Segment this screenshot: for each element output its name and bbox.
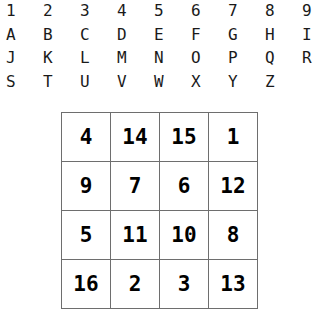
magic-square-cell: 7: [111, 162, 159, 210]
cipher-key-char: H: [265, 23, 302, 47]
cipher-key-char: 7: [228, 0, 265, 23]
cipher-key-char: S: [6, 70, 43, 94]
magic-square-cell: 14: [111, 113, 159, 161]
magic-square-cell: 4: [62, 113, 110, 161]
magic-square-cell: 1: [209, 113, 257, 161]
cipher-key-char: R: [302, 46, 323, 70]
magic-square-cell: 10: [160, 211, 208, 259]
cipher-key-char: [302, 70, 323, 94]
cipher-key-char: E: [154, 23, 191, 47]
cipher-key-char: Q: [265, 46, 302, 70]
magic-square-board: 41415197612511108162313: [61, 112, 258, 309]
cipher-key-char: U: [80, 70, 117, 94]
cipher-key-char: 4: [117, 0, 154, 23]
cipher-key-table: 123456789ABCDEFGHIJKLMNOPQRSTUVWXYZ: [6, 0, 323, 93]
cipher-key-char: N: [154, 46, 191, 70]
magic-square-cell: 6: [160, 162, 208, 210]
magic-square-cell: 2: [111, 260, 159, 308]
magic-square-cell: 16: [62, 260, 110, 308]
cipher-key-char: 3: [80, 0, 117, 23]
cipher-key-char: G: [228, 23, 265, 47]
cipher-key-char: P: [228, 46, 265, 70]
cipher-key-char: J: [6, 46, 43, 70]
magic-square-cell: 11: [111, 211, 159, 259]
magic-square-cell: 13: [209, 260, 257, 308]
magic-square-cell: 5: [62, 211, 110, 259]
magic-square-cell: 8: [209, 211, 257, 259]
cipher-key-char: C: [80, 23, 117, 47]
magic-square-cell: 3: [160, 260, 208, 308]
cipher-key-char: M: [117, 46, 154, 70]
cipher-key-char: O: [191, 46, 228, 70]
cipher-key-char: I: [302, 23, 323, 47]
cipher-key-char: Y: [228, 70, 265, 94]
cipher-key-char: T: [43, 70, 80, 94]
cipher-key-char: X: [191, 70, 228, 94]
magic-square-cell: 15: [160, 113, 208, 161]
cipher-key-char: 9: [302, 0, 323, 23]
cipher-key-char: 6: [191, 0, 228, 23]
cipher-key-char: Z: [265, 70, 302, 94]
cipher-key-char: 8: [265, 0, 302, 23]
cipher-key-char: L: [80, 46, 117, 70]
magic-square-cell: 12: [209, 162, 257, 210]
cipher-key-char: K: [43, 46, 80, 70]
cipher-key-char: A: [6, 23, 43, 47]
magic-square-cell: 9: [62, 162, 110, 210]
cipher-key-char: D: [117, 23, 154, 47]
cipher-key-char: 1: [6, 0, 43, 23]
screen: 123456789ABCDEFGHIJKLMNOPQRSTUVWXYZ 4141…: [0, 0, 323, 317]
cipher-key-char: B: [43, 23, 80, 47]
cipher-key-char: 2: [43, 0, 80, 23]
cipher-key-char: W: [154, 70, 191, 94]
cipher-key-char: F: [191, 23, 228, 47]
cipher-key-char: 5: [154, 0, 191, 23]
cipher-key-char: V: [117, 70, 154, 94]
